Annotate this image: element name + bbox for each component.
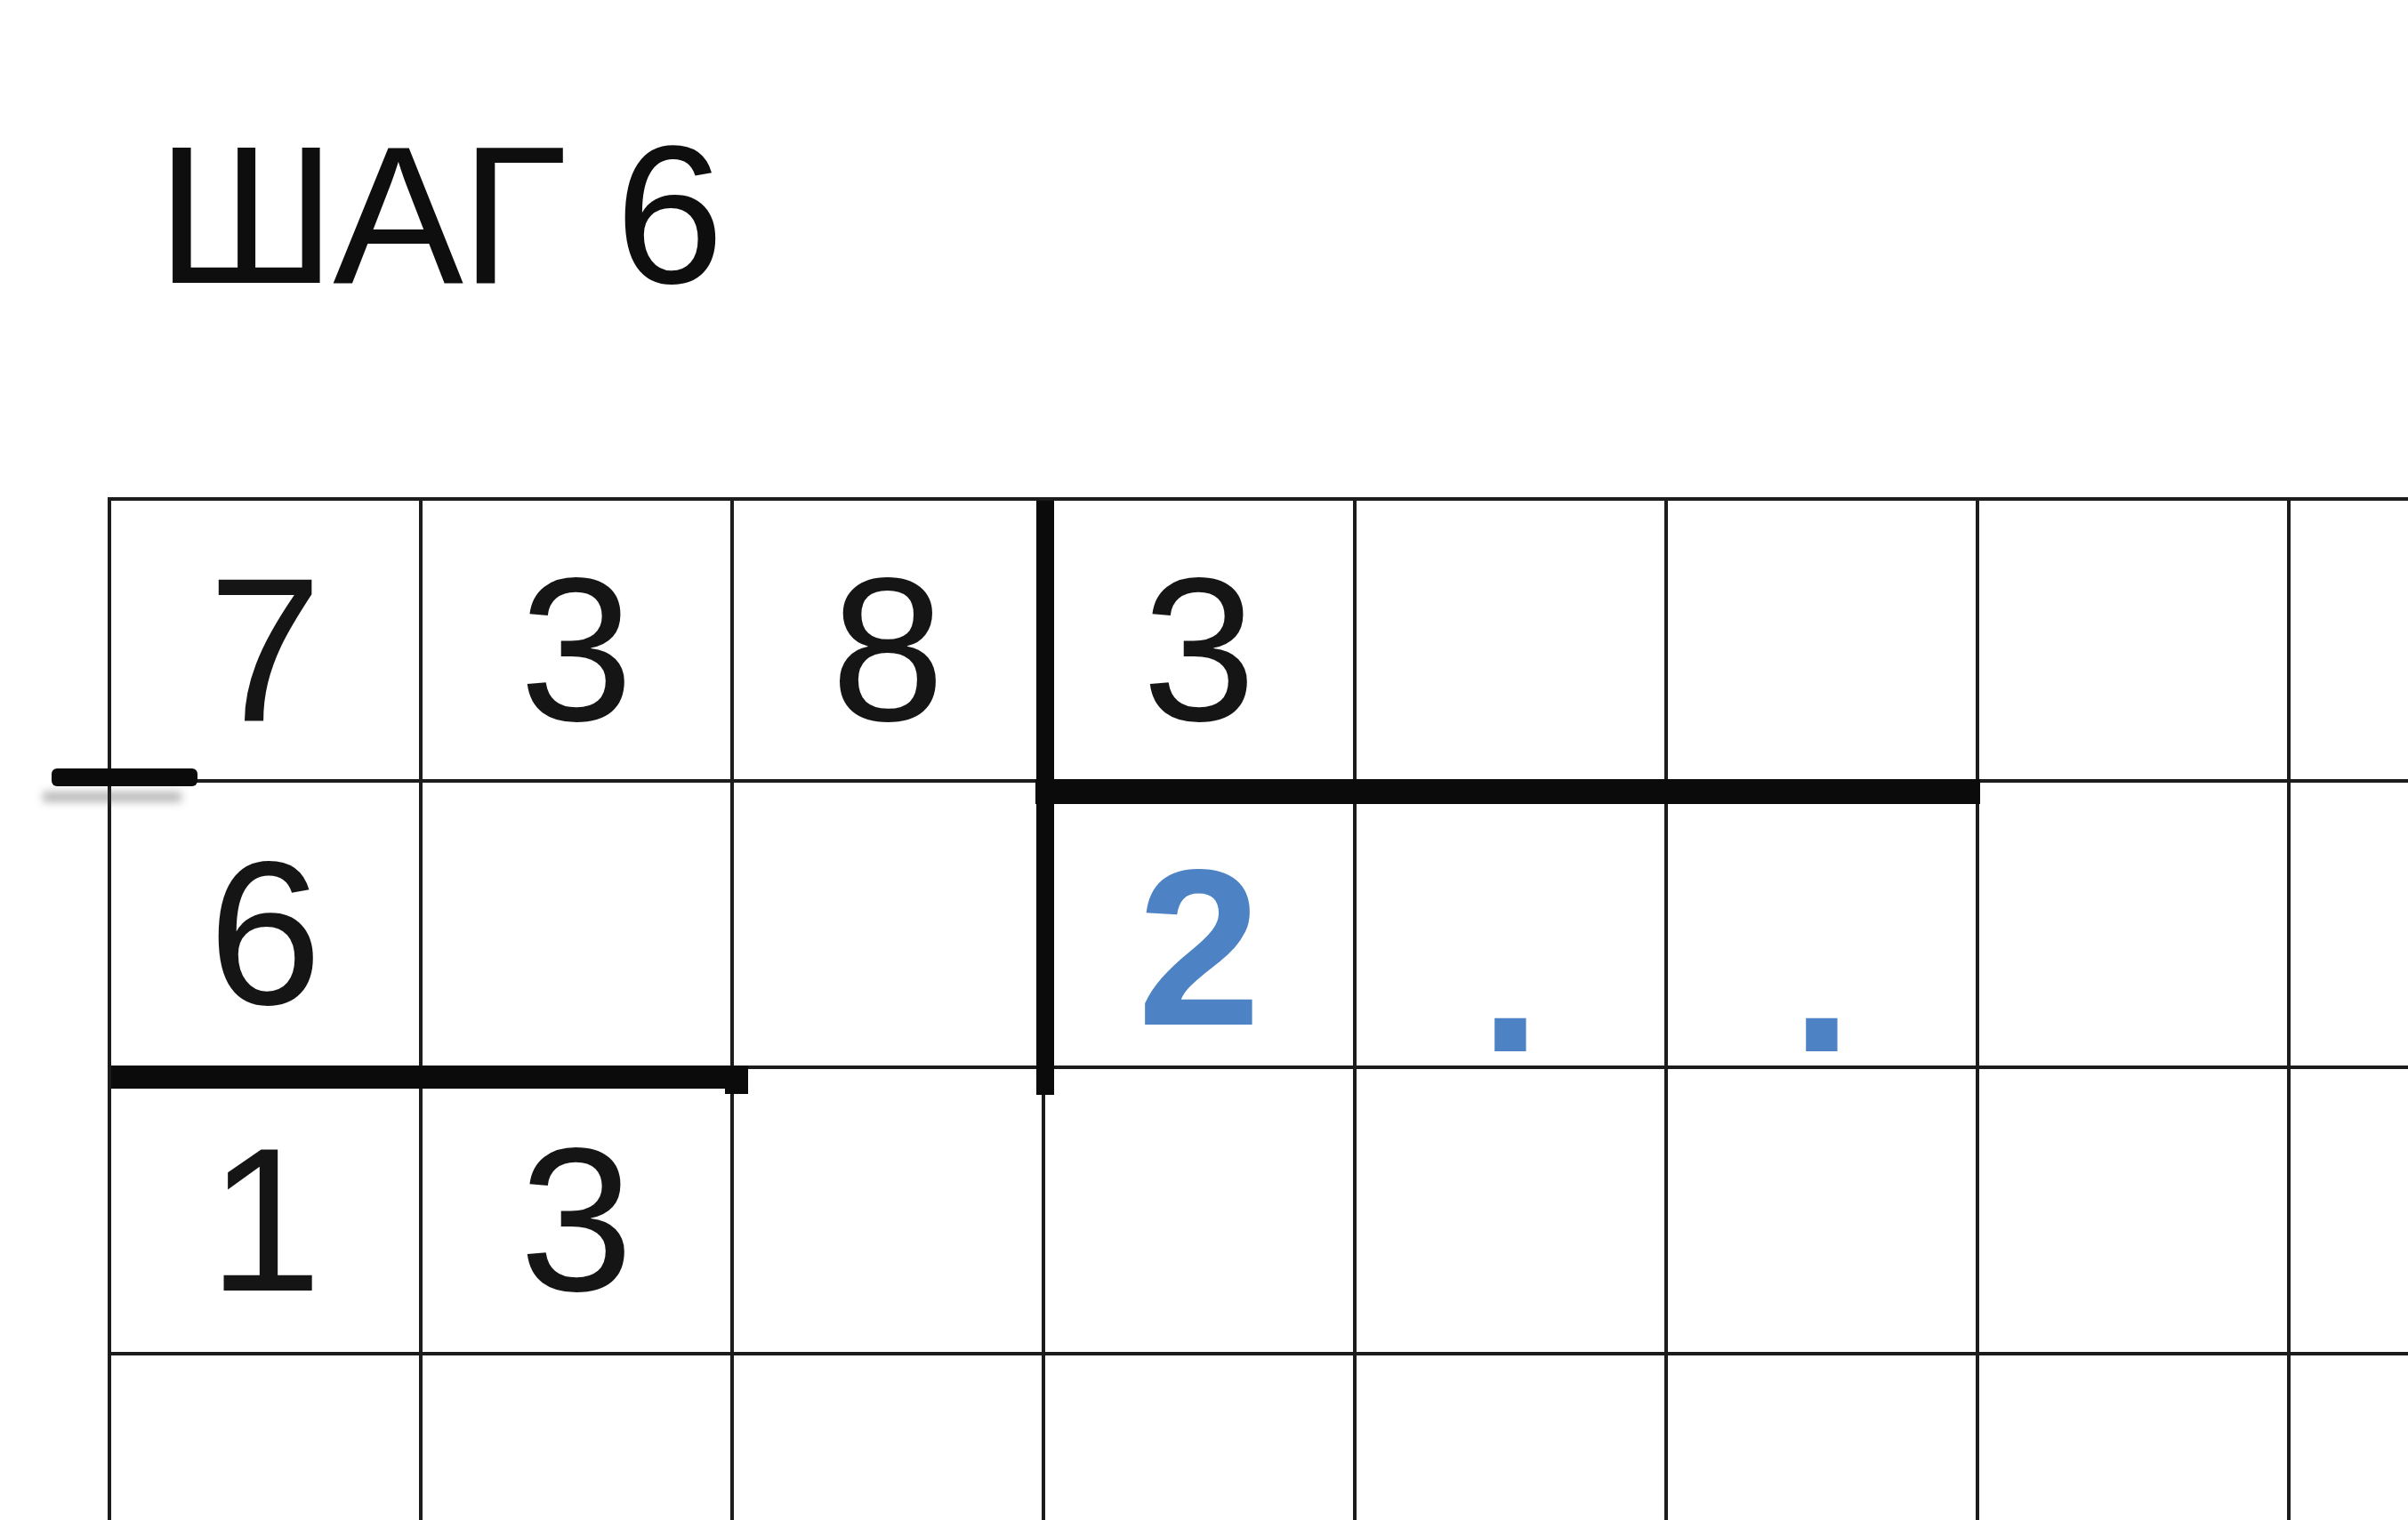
subtraction-underline: [111, 1066, 725, 1089]
worksheet-slide: ШАГ 6 738362..13: [0, 0, 2408, 1520]
cell-r1c5: [1357, 501, 1668, 783]
quotient-digit: .: [1791, 850, 1852, 1098]
subtraction-underline-end: [725, 1066, 748, 1094]
cell-r4c5: [1357, 1355, 1668, 1520]
digit: 7: [208, 535, 322, 764]
cell-r1c8: [2291, 501, 2408, 783]
cell-r2c2: [423, 783, 734, 1069]
cell-r3c6: [1668, 1069, 1979, 1355]
cell-r2c1: 6: [111, 783, 423, 1069]
cell-r3c7: [1979, 1069, 2291, 1355]
cell-r2c8: [2291, 783, 2408, 1069]
cell-r4c7: [1979, 1355, 2291, 1520]
cell-r1c2: 3: [423, 501, 734, 783]
cell-r2c6: .: [1668, 783, 1979, 1069]
digit: 8: [831, 535, 945, 764]
cell-r3c5: [1357, 1069, 1668, 1355]
minus-sign: [52, 768, 197, 786]
cell-r3c4: [1045, 1069, 1357, 1355]
step-title: ШАГ 6: [157, 98, 721, 333]
quotient-digit: .: [1479, 850, 1541, 1098]
digit: 1: [208, 1106, 322, 1334]
cell-r1c7: [1979, 501, 2291, 783]
division-grid: 738362..13: [108, 497, 2408, 1520]
cell-r2c3: [734, 783, 1045, 1069]
cell-r1c4: 3: [1045, 501, 1357, 783]
cell-r2c7: [1979, 783, 2291, 1069]
quotient-digit: 2: [1137, 824, 1260, 1072]
digit: 3: [519, 1106, 633, 1334]
digit: 3: [1142, 535, 1256, 764]
cell-r1c6: [1668, 501, 1979, 783]
cell-r4c6: [1668, 1355, 1979, 1520]
quotient-underline: [1035, 779, 1980, 804]
cell-r3c1: 1: [111, 1069, 423, 1355]
cell-r3c3: [734, 1069, 1045, 1355]
cell-r1c3: 8: [734, 501, 1045, 783]
digit: 3: [519, 535, 633, 764]
digit: 6: [208, 819, 322, 1048]
cell-r1c1: 7: [111, 501, 423, 783]
cell-r2c4: 2: [1045, 783, 1357, 1069]
cell-r4c2: [423, 1355, 734, 1520]
cell-r4c3: [734, 1355, 1045, 1520]
cell-r4c8: [2291, 1355, 2408, 1520]
cell-r2c5: .: [1357, 783, 1668, 1069]
cell-r4c1: [111, 1355, 423, 1520]
cell-r3c8: [2291, 1069, 2408, 1355]
cell-r4c4: [1045, 1355, 1357, 1520]
cell-r3c2: 3: [423, 1069, 734, 1355]
